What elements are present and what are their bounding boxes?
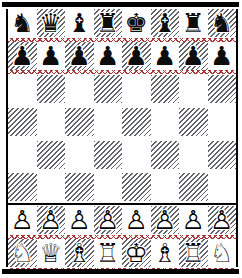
square-c3[interactable] (65, 173, 94, 201)
square-h2[interactable]: ♟♙ (208, 206, 237, 234)
white-pawn-icon: ♙ (65, 206, 94, 234)
square-d5[interactable] (94, 108, 123, 136)
square-e6[interactable] (122, 75, 151, 103)
square-d2[interactable]: ♟♙ (94, 206, 123, 234)
square-e7[interactable]: ♟ (122, 42, 151, 70)
white-pawn-fill: ♟ (65, 206, 94, 234)
white-bishop-fill: ♝ (151, 239, 180, 267)
square-g7[interactable]: ♟ (179, 42, 208, 70)
white-king-icon: ♔ (122, 239, 151, 267)
white-pawn-fill: ♟ (151, 206, 180, 234)
white-king-fill: ♚ (122, 239, 151, 267)
white-queen-icon: ♕ (37, 239, 66, 267)
chess-diagram-page: ♞♛♝♜♚♝♜♞♟♟♟♟♟♟♟♟♟♙♟♙♟♙♟♙♟♙♟♙♟♙♟♙♞♘♛♕♝♗♜♖… (0, 0, 242, 278)
square-b6[interactable] (37, 75, 66, 103)
square-c1[interactable]: ♝♗ (65, 239, 94, 267)
black-pawn-icon: ♟ (208, 42, 237, 70)
square-a8[interactable]: ♞ (8, 9, 37, 37)
white-knight-fill: ♞ (8, 239, 37, 267)
black-queen-icon: ♛ (37, 9, 66, 37)
square-h5[interactable] (208, 108, 237, 136)
white-pawn-fill: ♟ (94, 206, 123, 234)
square-h3[interactable] (208, 173, 237, 201)
red-squiggle-underline (8, 70, 236, 74)
white-pawn-fill: ♟ (179, 206, 208, 234)
square-f5[interactable] (151, 108, 180, 136)
square-c4[interactable] (65, 141, 94, 169)
square-g6[interactable] (179, 75, 208, 103)
board-top-border (2, 2, 239, 7)
white-bishop-icon: ♗ (65, 239, 94, 267)
square-g4[interactable] (179, 141, 208, 169)
square-c5[interactable] (65, 108, 94, 136)
black-pawn-icon: ♟ (8, 42, 37, 70)
rank-row-6 (8, 75, 236, 103)
red-squiggle-underline (8, 235, 236, 239)
square-f4[interactable] (151, 141, 180, 169)
square-e5[interactable] (122, 108, 151, 136)
square-b2[interactable]: ♟♙ (37, 206, 66, 234)
square-h7[interactable]: ♟ (208, 42, 237, 70)
black-pawn-icon: ♟ (94, 42, 123, 70)
black-bishop-icon: ♝ (65, 9, 94, 37)
square-c8[interactable]: ♝ (65, 9, 94, 37)
white-pawn-icon: ♙ (37, 206, 66, 234)
white-pawn-fill: ♟ (37, 206, 66, 234)
black-pawn-icon: ♟ (122, 42, 151, 70)
square-b3[interactable] (37, 173, 66, 201)
square-f1[interactable]: ♝♗ (151, 239, 180, 267)
square-f3[interactable] (151, 173, 180, 201)
black-pawn-icon: ♟ (151, 42, 180, 70)
square-e2[interactable]: ♟♙ (122, 206, 151, 234)
white-bishop-fill: ♝ (65, 239, 94, 267)
square-f8[interactable]: ♝ (151, 9, 180, 37)
white-knight-icon: ♘ (8, 239, 37, 267)
square-g1[interactable]: ♜♖ (179, 239, 208, 267)
black-rook-icon: ♜ (94, 9, 123, 37)
square-h4[interactable] (208, 141, 237, 169)
square-d3[interactable] (94, 173, 123, 201)
black-bishop-icon: ♝ (151, 9, 180, 37)
rank-row-3 (8, 173, 236, 201)
black-king-icon: ♚ (122, 9, 151, 37)
square-a6[interactable] (8, 75, 37, 103)
board-bottom-border (2, 269, 239, 274)
square-g8[interactable]: ♜ (179, 9, 208, 37)
square-h6[interactable] (208, 75, 237, 103)
square-a4[interactable] (8, 141, 37, 169)
white-pawn-icon: ♙ (179, 206, 208, 234)
square-e8[interactable]: ♚ (122, 9, 151, 37)
rank-row-7: ♟♟♟♟♟♟♟♟ (8, 42, 236, 70)
rank-row-5 (8, 108, 236, 136)
square-e1[interactable]: ♚♔ (122, 239, 151, 267)
square-a2[interactable]: ♟♙ (8, 206, 37, 234)
white-pawn-fill: ♟ (8, 206, 37, 234)
square-e4[interactable] (122, 141, 151, 169)
red-squiggle-underline (8, 38, 236, 42)
square-g5[interactable] (179, 108, 208, 136)
rank-row-8: ♞♛♝♜♚♝♜♞ (8, 9, 236, 37)
white-pawn-icon: ♙ (94, 206, 123, 234)
white-pawn-fill: ♟ (122, 206, 151, 234)
square-d4[interactable] (94, 141, 123, 169)
square-b8[interactable]: ♛ (37, 9, 66, 37)
square-b7[interactable]: ♟ (37, 42, 66, 70)
black-rook-icon: ♜ (179, 9, 208, 37)
black-knight-icon: ♞ (208, 9, 237, 37)
square-f7[interactable]: ♟ (151, 42, 180, 70)
white-knight-fill: ♞ (208, 239, 237, 267)
chess-board: ♞♛♝♜♚♝♜♞♟♟♟♟♟♟♟♟♟♙♟♙♟♙♟♙♟♙♟♙♟♙♟♙♞♘♛♕♝♗♜♖… (6, 9, 238, 267)
white-bishop-icon: ♗ (151, 239, 180, 267)
white-pawn-icon: ♙ (122, 206, 151, 234)
square-a7[interactable]: ♟ (8, 42, 37, 70)
black-pawn-icon: ♟ (65, 42, 94, 70)
square-a3[interactable] (8, 173, 37, 201)
square-f6[interactable] (151, 75, 180, 103)
square-h1[interactable]: ♞♘ (208, 239, 237, 267)
white-rook-fill: ♜ (94, 239, 123, 267)
white-rook-icon: ♖ (179, 239, 208, 267)
rank-row-2: ♟♙♟♙♟♙♟♙♟♙♟♙♟♙♟♙ (8, 206, 236, 234)
square-c2[interactable]: ♟♙ (65, 206, 94, 234)
square-c6[interactable] (65, 75, 94, 103)
square-c7[interactable]: ♟ (65, 42, 94, 70)
square-d1[interactable]: ♜♖ (94, 239, 123, 267)
rank-row-4 (8, 141, 236, 169)
square-g2[interactable]: ♟♙ (179, 206, 208, 234)
square-g3[interactable] (179, 173, 208, 201)
white-queen-fill: ♛ (37, 239, 66, 267)
white-pawn-fill: ♟ (208, 206, 237, 234)
white-knight-icon: ♘ (208, 239, 237, 267)
square-a5[interactable] (8, 108, 37, 136)
white-pawn-icon: ♙ (208, 206, 237, 234)
white-pawn-icon: ♙ (8, 206, 37, 234)
black-knight-icon: ♞ (8, 9, 37, 37)
square-d8[interactable]: ♜ (94, 9, 123, 37)
white-rook-icon: ♖ (94, 239, 123, 267)
white-rook-fill: ♜ (179, 239, 208, 267)
square-f2[interactable]: ♟♙ (151, 206, 180, 234)
square-a1[interactable]: ♞♘ (8, 239, 37, 267)
white-pawn-icon: ♙ (151, 206, 180, 234)
square-b4[interactable] (37, 141, 66, 169)
square-b5[interactable] (37, 108, 66, 136)
square-d6[interactable] (94, 75, 123, 103)
square-h8[interactable]: ♞ (208, 9, 237, 37)
black-pawn-icon: ♟ (37, 42, 66, 70)
black-pawn-icon: ♟ (179, 42, 208, 70)
square-d7[interactable]: ♟ (94, 42, 123, 70)
square-b1[interactable]: ♛♕ (37, 239, 66, 267)
square-e3[interactable] (122, 173, 151, 201)
rank-row-1: ♞♘♛♕♝♗♜♖♚♔♝♗♜♖♞♘ (8, 239, 236, 267)
